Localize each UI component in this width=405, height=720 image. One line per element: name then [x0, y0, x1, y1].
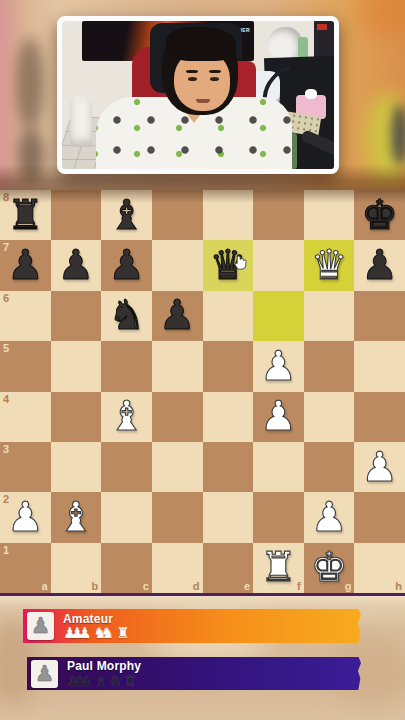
- square-c3[interactable]: [101, 442, 152, 492]
- square-d6[interactable]: ♟: [152, 291, 203, 341]
- square-b3[interactable]: [51, 442, 102, 492]
- square-g2[interactable]: ♟: [304, 492, 355, 542]
- square-g6[interactable]: [304, 291, 355, 341]
- square-e6[interactable]: [203, 291, 254, 341]
- white-pawn-f4[interactable]: ♟: [260, 396, 297, 437]
- captured-n-group: ♞: [109, 674, 116, 688]
- square-e5[interactable]: [203, 341, 254, 391]
- rank-label-1: 1: [3, 544, 9, 556]
- square-b5[interactable]: [51, 341, 102, 391]
- square-h8[interactable]: ♚: [354, 190, 405, 240]
- square-h7[interactable]: ♟: [354, 240, 405, 290]
- square-c6[interactable]: ♞: [101, 291, 152, 341]
- square-d5[interactable]: [152, 341, 203, 391]
- blurred-bottom-background: ♟ Amateur ♟♟♟♞♞♜ ♟ Paul Morphy ♟♟♟♝♞♜: [0, 596, 405, 720]
- white-bishop-c4[interactable]: ♝: [108, 396, 145, 437]
- captured-pieces-row: ♟♟♟♞♞♜: [63, 626, 124, 641]
- black-bishop-c8[interactable]: ♝: [108, 195, 145, 236]
- pawn-avatar-icon: ♟: [35, 663, 55, 685]
- square-a2[interactable]: 2♟: [0, 492, 51, 542]
- square-h4[interactable]: [354, 392, 405, 442]
- square-b8[interactable]: [51, 190, 102, 240]
- plush-toy: [268, 27, 302, 61]
- player-info: Amateur ♟♟♟♞♞♜: [63, 612, 124, 641]
- square-g3[interactable]: [304, 442, 355, 492]
- file-label-d: d: [193, 580, 200, 592]
- black-pawn-c7[interactable]: ♟: [108, 245, 145, 286]
- square-a7[interactable]: 7♟: [0, 240, 51, 290]
- eyebrow: [186, 70, 198, 73]
- file-label-h: h: [395, 580, 402, 592]
- black-pawn-a7[interactable]: ♟: [7, 245, 44, 286]
- black-pawn-h7[interactable]: ♟: [361, 245, 398, 286]
- captured-r-group: ♜: [116, 626, 123, 641]
- square-e8[interactable]: [203, 190, 254, 240]
- eye: [188, 77, 197, 81]
- square-f6[interactable]: [253, 291, 304, 341]
- white-pawn-f5[interactable]: ♟: [260, 346, 297, 387]
- blur-blob: [0, 0, 10, 190]
- rank-label-6: 6: [3, 292, 9, 304]
- white-pawn-h3[interactable]: ♟: [361, 447, 398, 488]
- square-e2[interactable]: [203, 492, 254, 542]
- square-f5[interactable]: ♟: [253, 341, 304, 391]
- square-c5[interactable]: [101, 341, 152, 391]
- rank-label-3: 3: [3, 443, 9, 455]
- black-knight-c6[interactable]: ♞: [108, 295, 145, 336]
- captured-n-group: ♞♞: [93, 626, 108, 641]
- blur-blob: [392, 104, 405, 166]
- square-a5[interactable]: 5: [0, 341, 51, 391]
- square-c4[interactable]: ♝: [101, 392, 152, 442]
- wall-poster: [314, 21, 336, 59]
- mouth: [196, 99, 210, 103]
- white-pawn-a2[interactable]: ♟: [7, 497, 44, 538]
- square-d4[interactable]: [152, 392, 203, 442]
- file-label-a: a: [42, 580, 48, 592]
- captured-r-group: ♜: [124, 674, 131, 688]
- square-d8[interactable]: [152, 190, 203, 240]
- square-a4[interactable]: 4: [0, 392, 51, 442]
- square-g7[interactable]: ♛: [304, 240, 355, 290]
- square-f2[interactable]: [253, 492, 304, 542]
- player-bar-black: ♟ Amateur ♟♟♟♞♞♜: [23, 609, 361, 643]
- eye: [210, 77, 219, 81]
- square-a3[interactable]: 3: [0, 442, 51, 492]
- rank-label-8: 8: [3, 191, 9, 203]
- blur-blob: [16, 38, 44, 130]
- square-g4[interactable]: [304, 392, 355, 442]
- square-d1[interactable]: d: [152, 543, 203, 593]
- square-h6[interactable]: [354, 291, 405, 341]
- square-f8[interactable]: [253, 190, 304, 240]
- white-king-g1[interactable]: ♚: [311, 547, 348, 588]
- white-rook-f1[interactable]: ♜: [260, 547, 297, 588]
- captured-p-group: ♟♟♟: [67, 674, 87, 688]
- black-pawn-d6[interactable]: ♟: [159, 295, 196, 336]
- square-e4[interactable]: [203, 392, 254, 442]
- player-avatar: ♟: [27, 612, 54, 640]
- rank-label-7: 7: [3, 241, 9, 253]
- square-c2[interactable]: [101, 492, 152, 542]
- square-a1[interactable]: 1a: [0, 543, 51, 593]
- black-pawn-b7[interactable]: ♟: [58, 245, 95, 286]
- screen: SOLDIER: [0, 0, 405, 720]
- hand-cursor-icon: [233, 253, 250, 272]
- square-b4[interactable]: [51, 392, 102, 442]
- file-label-c: c: [143, 580, 149, 592]
- rank-label-4: 4: [3, 393, 9, 405]
- square-c7[interactable]: ♟: [101, 240, 152, 290]
- square-c8[interactable]: ♝: [101, 190, 152, 240]
- file-label-f: f: [297, 580, 301, 592]
- player-bar-white: ♟ Paul Morphy ♟♟♟♝♞♜: [27, 657, 361, 690]
- webcam-video: SOLDIER: [57, 16, 339, 174]
- square-a6[interactable]: 6: [0, 291, 51, 341]
- square-a8[interactable]: 8♜: [0, 190, 51, 240]
- square-f4[interactable]: ♟: [253, 392, 304, 442]
- file-label-e: e: [244, 580, 250, 592]
- file-label-b: b: [92, 580, 99, 592]
- square-b1[interactable]: b: [51, 543, 102, 593]
- square-g1[interactable]: g♚: [304, 543, 355, 593]
- player-name: Paul Morphy: [67, 659, 141, 673]
- square-e3[interactable]: [203, 442, 254, 492]
- captured-p-group: ♟♟♟: [63, 626, 85, 641]
- streamer-fringe: [166, 27, 236, 61]
- chess-board[interactable]: 8♜♝♚7♟♟♟♛♛♟6♞♟5♟4♝♟3♟2♟♝♟1abcdef♜g♚h: [0, 190, 405, 593]
- file-label-g: g: [345, 580, 352, 592]
- square-d7[interactable]: [152, 240, 203, 290]
- square-g8[interactable]: [304, 190, 355, 240]
- eyebrow: [209, 70, 221, 73]
- black-king-h8[interactable]: ♚: [361, 195, 398, 236]
- white-queen-g7[interactable]: ♛: [311, 245, 348, 286]
- square-f1[interactable]: f♜: [253, 543, 304, 593]
- black-rook-a8[interactable]: ♜: [7, 195, 44, 236]
- player-info: Paul Morphy ♟♟♟♝♞♜: [67, 659, 141, 688]
- square-b2[interactable]: ♝: [51, 492, 102, 542]
- square-h2[interactable]: [354, 492, 405, 542]
- square-f7[interactable]: [253, 240, 304, 290]
- square-h5[interactable]: [354, 341, 405, 391]
- player-avatar: ♟: [31, 660, 58, 688]
- square-b7[interactable]: ♟: [51, 240, 102, 290]
- blur-blob: [360, 0, 405, 36]
- white-bishop-b2[interactable]: ♝: [58, 497, 95, 538]
- square-c1[interactable]: c: [101, 543, 152, 593]
- square-d3[interactable]: [152, 442, 203, 492]
- pawn-avatar-icon: ♟: [31, 615, 51, 637]
- square-h1[interactable]: h: [354, 543, 405, 593]
- white-pawn-g2[interactable]: ♟: [311, 497, 348, 538]
- square-h3[interactable]: ♟: [354, 442, 405, 492]
- square-b6[interactable]: [51, 291, 102, 341]
- rank-label-2: 2: [3, 493, 9, 505]
- blurred-top-background: SOLDIER: [0, 0, 405, 190]
- rank-label-5: 5: [3, 342, 9, 354]
- captured-b-group: ♝: [95, 674, 102, 688]
- square-e1[interactable]: e: [203, 543, 254, 593]
- humidifier: [70, 101, 92, 147]
- square-f3[interactable]: [253, 442, 304, 492]
- square-d2[interactable]: [152, 492, 203, 542]
- square-g5[interactable]: [304, 341, 355, 391]
- captured-pieces-row: ♟♟♟♝♞♜: [67, 673, 141, 688]
